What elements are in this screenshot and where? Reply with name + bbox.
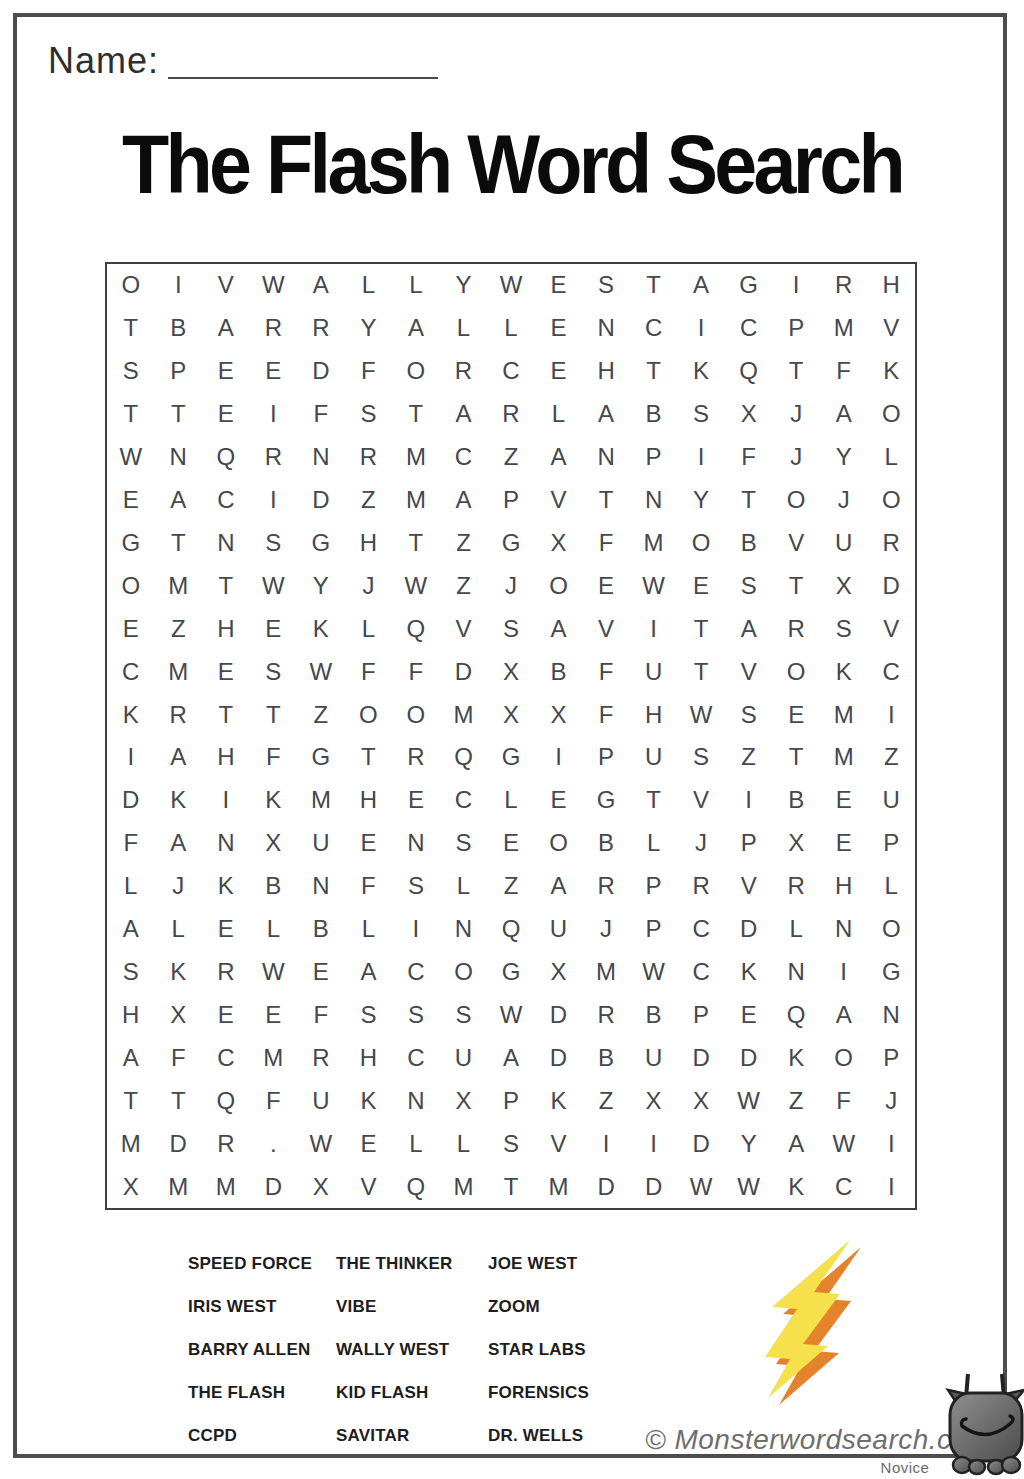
grid-cell: V xyxy=(867,607,915,650)
grid-cell: O xyxy=(867,479,915,522)
grid-cell: P xyxy=(630,865,678,908)
grid-cell: E xyxy=(202,650,250,693)
grid-cell: C xyxy=(440,436,488,479)
grid-cell: T xyxy=(107,1079,155,1122)
grid-cell: L xyxy=(440,865,488,908)
grid-cell: E xyxy=(582,564,630,607)
grid-cell: Z xyxy=(297,693,345,736)
grid-cell: F xyxy=(820,350,868,393)
grid-cell: S xyxy=(677,393,725,436)
grid-cell: W xyxy=(487,993,535,1036)
grid-cell: R xyxy=(440,350,488,393)
grid-cell: E xyxy=(677,564,725,607)
grid-cell: G xyxy=(297,736,345,779)
grid-cell: Y xyxy=(440,264,488,307)
grid-cell: O xyxy=(772,479,820,522)
grid-cell: R xyxy=(487,393,535,436)
grid-cell: A xyxy=(535,865,583,908)
grid-cell: H xyxy=(345,1036,393,1079)
grid-cell: T xyxy=(155,521,203,564)
grid-cell: C xyxy=(202,1036,250,1079)
grid-cell: O xyxy=(392,693,440,736)
grid-cell: J xyxy=(155,865,203,908)
word-list: SPEED FORCEIRIS WESTBARRY ALLENTHE FLASH… xyxy=(188,1242,658,1457)
word-list-column: SPEED FORCEIRIS WESTBARRY ALLENTHE FLASH… xyxy=(188,1242,336,1457)
grid-cell: P xyxy=(725,822,773,865)
grid-cell: E xyxy=(202,993,250,1036)
grid-cell: F xyxy=(725,436,773,479)
grid-cell: T xyxy=(772,736,820,779)
grid-cell: Q xyxy=(392,607,440,650)
grid-cell: M xyxy=(440,693,488,736)
grid-cell: R xyxy=(820,264,868,307)
grid-cell: W xyxy=(250,564,298,607)
grid-cell: T xyxy=(107,393,155,436)
grid-cell: Z xyxy=(487,865,535,908)
grid-cell: I xyxy=(155,264,203,307)
grid-cell: B xyxy=(630,393,678,436)
grid-cell: N xyxy=(772,951,820,994)
grid-cell: I xyxy=(582,1122,630,1165)
grid-cell: F xyxy=(582,521,630,564)
grid-cell: R xyxy=(392,736,440,779)
grid-cell: L xyxy=(107,865,155,908)
grid-cell: Y xyxy=(677,479,725,522)
grid-cell: U xyxy=(440,1036,488,1079)
grid-cell: F xyxy=(582,693,630,736)
grid-cell: J xyxy=(677,822,725,865)
grid-cell: G xyxy=(725,264,773,307)
grid-cell: W xyxy=(630,951,678,994)
grid-cell: W xyxy=(630,564,678,607)
grid-cell: U xyxy=(630,650,678,693)
grid-cell: M xyxy=(392,479,440,522)
grid-cell: I xyxy=(772,264,820,307)
grid-cell: D xyxy=(535,1036,583,1079)
grid-cell: A xyxy=(677,264,725,307)
grid-cell: F xyxy=(345,350,393,393)
grid-cell: L xyxy=(535,393,583,436)
grid-cell: A xyxy=(440,393,488,436)
grid-cell: T xyxy=(107,307,155,350)
grid-cell: I xyxy=(107,736,155,779)
grid-cell: L xyxy=(630,822,678,865)
grid-cell: L xyxy=(250,908,298,951)
grid-cell: H xyxy=(820,865,868,908)
grid-cell: V xyxy=(677,779,725,822)
grid-cell: S xyxy=(345,993,393,1036)
grid-cell: K xyxy=(677,350,725,393)
grid-cell: V xyxy=(345,1165,393,1208)
grid-cell: C xyxy=(677,908,725,951)
grid-cell: F xyxy=(345,650,393,693)
grid-cell: A xyxy=(392,307,440,350)
grid-cell: C xyxy=(820,1165,868,1208)
grid-cell: I xyxy=(630,607,678,650)
grid-cell: C xyxy=(867,650,915,693)
grid-cell: E xyxy=(345,822,393,865)
grid-cell: B xyxy=(725,521,773,564)
word-search-grid: OIVWALLYWESTAGIRHTBARRYALLENCICPMVSPEEDF… xyxy=(105,262,917,1210)
grid-cell: E xyxy=(250,993,298,1036)
grid-cell: E xyxy=(535,779,583,822)
grid-cell: W xyxy=(725,1165,773,1208)
word-list-item: WALLY WEST xyxy=(336,1328,488,1371)
grid-cell: X xyxy=(772,822,820,865)
grid-cell: L xyxy=(440,307,488,350)
difficulty-level: Novice xyxy=(860,1459,950,1476)
grid-cell: C xyxy=(392,1036,440,1079)
grid-cell: R xyxy=(202,951,250,994)
grid-cell: E xyxy=(202,393,250,436)
grid-cell: Y xyxy=(345,307,393,350)
grid-cell: J xyxy=(772,436,820,479)
grid-cell: G xyxy=(582,779,630,822)
grid-cell: M xyxy=(297,779,345,822)
grid-cell: D xyxy=(107,779,155,822)
grid-cell: S xyxy=(725,693,773,736)
grid-cell: R xyxy=(250,436,298,479)
grid-cell: K xyxy=(772,1165,820,1208)
grid-cell: M xyxy=(107,1122,155,1165)
grid-cell: H xyxy=(107,993,155,1036)
grid-cell: A xyxy=(155,822,203,865)
grid-cell: O xyxy=(440,951,488,994)
grid-cell: S xyxy=(677,736,725,779)
grid-cell: I xyxy=(867,1122,915,1165)
grid-cell: A xyxy=(202,307,250,350)
grid-cell: W xyxy=(725,1079,773,1122)
grid-cell: M xyxy=(155,564,203,607)
grid-cell: K xyxy=(867,350,915,393)
grid-cell: O xyxy=(820,1036,868,1079)
grid-cell: Z xyxy=(582,1079,630,1122)
grid-cell: K xyxy=(250,779,298,822)
grid-cell: E xyxy=(202,350,250,393)
grid-cell: N xyxy=(392,822,440,865)
grid-cell: Q xyxy=(772,993,820,1036)
grid-cell: M xyxy=(820,736,868,779)
grid-cell: A xyxy=(155,479,203,522)
grid-cell: . xyxy=(250,1122,298,1165)
grid-cell: K xyxy=(772,1036,820,1079)
grid-cell: W xyxy=(250,264,298,307)
grid-cell: L xyxy=(345,607,393,650)
grid-cell: E xyxy=(107,479,155,522)
grid-cell: G xyxy=(487,736,535,779)
grid-cell: N xyxy=(867,993,915,1036)
grid-cell: W xyxy=(677,693,725,736)
grid-cell: H xyxy=(202,607,250,650)
grid-cell: Z xyxy=(155,607,203,650)
grid-cell: N xyxy=(440,908,488,951)
grid-cell: O xyxy=(772,650,820,693)
grid-cell: A xyxy=(535,436,583,479)
grid-cell: Q xyxy=(440,736,488,779)
grid-cell: G xyxy=(487,951,535,994)
grid-cell: C xyxy=(677,951,725,994)
grid-cell: D xyxy=(725,908,773,951)
grid-cell: A xyxy=(535,607,583,650)
grid-cell: O xyxy=(535,564,583,607)
grid-cell: E xyxy=(297,951,345,994)
word-list-item: SAVITAR xyxy=(336,1414,488,1457)
grid-cell: S xyxy=(487,607,535,650)
grid-cell: E xyxy=(202,908,250,951)
grid-cell: V xyxy=(772,521,820,564)
site-credit: © Monsterwordsearch.com xyxy=(645,1424,991,1456)
grid-cell: A xyxy=(582,393,630,436)
lightning-bolt-icon xyxy=(740,1230,860,1414)
grid-cell: O xyxy=(677,521,725,564)
grid-cell: E xyxy=(535,264,583,307)
grid-cell: I xyxy=(202,779,250,822)
grid-cell: M xyxy=(440,1165,488,1208)
grid-cell: K xyxy=(345,1079,393,1122)
word-list-item: VIBE xyxy=(336,1285,488,1328)
grid-cell: L xyxy=(392,264,440,307)
grid-cell: K xyxy=(725,951,773,994)
grid-cell: K xyxy=(155,951,203,994)
grid-cell: T xyxy=(630,264,678,307)
grid-cell: F xyxy=(250,1079,298,1122)
grid-cell: T xyxy=(772,350,820,393)
grid-cell: E xyxy=(250,607,298,650)
grid-cell: T xyxy=(155,393,203,436)
grid-cell: N xyxy=(202,822,250,865)
grid-cell: X xyxy=(820,564,868,607)
grid-cell: T xyxy=(155,1079,203,1122)
worksheet-page: Name: The Flash Word Search OIVWALLYWEST… xyxy=(0,0,1024,1479)
grid-cell: S xyxy=(392,865,440,908)
word-list-item: THE FLASH xyxy=(188,1371,336,1414)
grid-cell: E xyxy=(820,779,868,822)
grid-cell: L xyxy=(392,1122,440,1165)
grid-cell: B xyxy=(297,908,345,951)
grid-cell: H xyxy=(345,521,393,564)
word-list-item: FORENSICS xyxy=(488,1371,658,1414)
grid-cell: R xyxy=(867,521,915,564)
grid-cell: P xyxy=(630,436,678,479)
grid-cell: C xyxy=(440,779,488,822)
grid-cell: Q xyxy=(202,1079,250,1122)
grid-cell: E xyxy=(725,993,773,1036)
grid-cell: U xyxy=(297,822,345,865)
word-list-item: THE THINKER xyxy=(336,1242,488,1285)
grid-cell: W xyxy=(677,1165,725,1208)
grid-cell: D xyxy=(677,1036,725,1079)
word-list-column: JOE WESTZOOMSTAR LABSFORENSICSDR. WELLS xyxy=(488,1242,658,1457)
grid-cell: W xyxy=(107,436,155,479)
grid-cell: Q xyxy=(392,1165,440,1208)
grid-cell: R xyxy=(677,865,725,908)
grid-cell: O xyxy=(107,564,155,607)
grid-cell: U xyxy=(630,736,678,779)
grid-cell: L xyxy=(345,908,393,951)
grid-cell: T xyxy=(202,564,250,607)
grid-cell: R xyxy=(297,1036,345,1079)
grid-cell: A xyxy=(772,1122,820,1165)
grid-cell: X xyxy=(250,822,298,865)
grid-cell: N xyxy=(820,908,868,951)
word-list-item: KID FLASH xyxy=(336,1371,488,1414)
grid-cell: L xyxy=(155,908,203,951)
grid-cell: J xyxy=(345,564,393,607)
grid-cell: Y xyxy=(820,436,868,479)
grid-cell: E xyxy=(250,350,298,393)
grid-cell: J xyxy=(867,1079,915,1122)
grid-cell: I xyxy=(677,307,725,350)
grid-cell: R xyxy=(582,993,630,1036)
word-list-item: IRIS WEST xyxy=(188,1285,336,1328)
grid-cell: L xyxy=(440,1122,488,1165)
grid-cell: T xyxy=(202,693,250,736)
grid-cell: P xyxy=(582,736,630,779)
grid-cell: D xyxy=(440,650,488,693)
grid-cell: I xyxy=(630,1122,678,1165)
grid-cell: G xyxy=(297,521,345,564)
grid-cell: X xyxy=(630,1079,678,1122)
grid-cell: W xyxy=(297,1122,345,1165)
grid-cell: Z xyxy=(867,736,915,779)
grid-cell: K xyxy=(202,865,250,908)
grid-cell: V xyxy=(725,650,773,693)
grid-cell: E xyxy=(820,822,868,865)
grid-cell: P xyxy=(487,479,535,522)
grid-cell: M xyxy=(535,1165,583,1208)
grid-cell: I xyxy=(392,908,440,951)
grid-cell: I xyxy=(867,693,915,736)
grid-cell: O xyxy=(867,908,915,951)
name-row: Name: xyxy=(48,40,608,82)
grid-cell: A xyxy=(440,479,488,522)
grid-cell: V xyxy=(535,1122,583,1165)
grid-cell: B xyxy=(155,307,203,350)
grid-cell: X xyxy=(487,650,535,693)
grid-cell: Q xyxy=(202,436,250,479)
grid-cell: W xyxy=(392,564,440,607)
grid-cell: F xyxy=(250,736,298,779)
grid-cell: I xyxy=(535,736,583,779)
grid-cell: R xyxy=(202,1122,250,1165)
grid-cell: H xyxy=(630,693,678,736)
grid-cell: D xyxy=(582,1165,630,1208)
grid-cell: A xyxy=(107,908,155,951)
grid-cell: I xyxy=(725,779,773,822)
word-list-item: BARRY ALLEN xyxy=(188,1328,336,1371)
grid-cell: N xyxy=(202,521,250,564)
grid-cell: J xyxy=(487,564,535,607)
grid-cell: P xyxy=(867,822,915,865)
grid-cell: U xyxy=(820,521,868,564)
grid-cell: R xyxy=(155,693,203,736)
grid-cell: S xyxy=(392,993,440,1036)
grid-cell: M xyxy=(155,1165,203,1208)
word-list-item: DR. WELLS xyxy=(488,1414,658,1457)
grid-cell: A xyxy=(725,607,773,650)
grid-cell: E xyxy=(107,607,155,650)
grid-cell: P xyxy=(677,993,725,1036)
grid-cell: Z xyxy=(725,736,773,779)
grid-cell: V xyxy=(440,607,488,650)
grid-cell: W xyxy=(820,1122,868,1165)
grid-cell: V xyxy=(867,307,915,350)
grid-cell: S xyxy=(107,350,155,393)
grid-cell: A xyxy=(297,264,345,307)
grid-cell: C xyxy=(202,479,250,522)
grid-cell: I xyxy=(867,1165,915,1208)
grid-cell: Z xyxy=(440,521,488,564)
word-list-item: JOE WEST xyxy=(488,1242,658,1285)
grid-cell: B xyxy=(582,822,630,865)
grid-cell: F xyxy=(582,650,630,693)
grid-cell: T xyxy=(677,650,725,693)
grid-cell: S xyxy=(107,951,155,994)
grid-cell: M xyxy=(630,521,678,564)
grid-cell: Z xyxy=(440,564,488,607)
grid-cell: N xyxy=(297,436,345,479)
grid-cell: E xyxy=(487,822,535,865)
grid-cell: M xyxy=(155,650,203,693)
grid-cell: T xyxy=(725,479,773,522)
grid-cell: W xyxy=(487,264,535,307)
grid-cell: B xyxy=(582,1036,630,1079)
grid-cell: Q xyxy=(725,350,773,393)
grid-cell: V xyxy=(582,607,630,650)
grid-cell: X xyxy=(725,393,773,436)
grid-cell: N xyxy=(582,307,630,350)
grid-cell: U xyxy=(867,779,915,822)
grid-cell: P xyxy=(487,1079,535,1122)
grid-cell: P xyxy=(867,1036,915,1079)
name-blank-line xyxy=(168,77,438,79)
grid-cell: N xyxy=(155,436,203,479)
grid-cell: C xyxy=(630,307,678,350)
grid-cell: H xyxy=(345,779,393,822)
grid-cell: F xyxy=(392,650,440,693)
grid-cell: B xyxy=(630,993,678,1036)
grid-cell: P xyxy=(155,350,203,393)
grid-cell: M xyxy=(202,1165,250,1208)
grid-cell: M xyxy=(820,307,868,350)
grid-cell: X xyxy=(440,1079,488,1122)
grid-cell: P xyxy=(772,307,820,350)
grid-cell: K xyxy=(297,607,345,650)
grid-cell: A xyxy=(345,951,393,994)
word-list-column: THE THINKERVIBEWALLY WESTKID FLASHSAVITA… xyxy=(336,1242,488,1457)
grid-cell: W xyxy=(297,650,345,693)
grid-cell: N xyxy=(630,479,678,522)
grid-cell: F xyxy=(107,822,155,865)
grid-cell: C xyxy=(487,350,535,393)
grid-cell: B xyxy=(250,865,298,908)
grid-cell: W xyxy=(250,951,298,994)
grid-cell: D xyxy=(725,1036,773,1079)
grid-cell: Z xyxy=(772,1079,820,1122)
grid-cell: Y xyxy=(725,1122,773,1165)
grid-cell: X xyxy=(107,1165,155,1208)
grid-cell: F xyxy=(820,1079,868,1122)
grid-cell: K xyxy=(820,650,868,693)
grid-cell: S xyxy=(250,521,298,564)
grid-cell: T xyxy=(677,607,725,650)
grid-cell: V xyxy=(202,264,250,307)
grid-cell: F xyxy=(297,993,345,1036)
grid-cell: T xyxy=(772,564,820,607)
grid-cell: A xyxy=(155,736,203,779)
grid-cell: I xyxy=(250,393,298,436)
grid-cell: D xyxy=(250,1165,298,1208)
